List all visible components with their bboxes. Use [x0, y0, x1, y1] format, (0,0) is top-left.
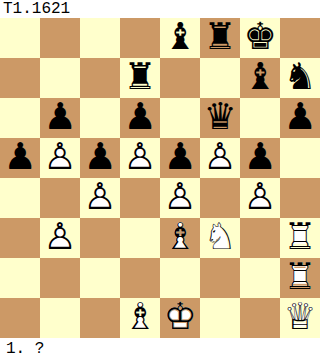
black-rook[interactable]: ♜ — [200, 18, 240, 58]
black-pawn[interactable]: ♟ — [0, 138, 40, 178]
square-e3[interactable]: ♝♗ — [160, 218, 200, 258]
square-a1[interactable] — [0, 298, 40, 338]
square-a8[interactable] — [0, 18, 40, 58]
square-c1[interactable] — [80, 298, 120, 338]
white-bishop-icon: ♗ — [123, 298, 156, 335]
square-b3[interactable]: ♟♙ — [40, 218, 80, 258]
square-c4[interactable]: ♟♙ — [80, 178, 120, 218]
square-a5[interactable]: ♟ — [0, 138, 40, 178]
square-h7[interactable]: ♞ — [280, 58, 320, 98]
white-queen[interactable]: ♛♕ — [280, 298, 320, 338]
white-pawn[interactable]: ♟♙ — [200, 138, 240, 178]
white-rook-icon: ♖ — [283, 218, 316, 255]
square-b4[interactable] — [40, 178, 80, 218]
black-king[interactable]: ♚ — [240, 18, 280, 58]
white-queen-icon: ♕ — [283, 298, 316, 335]
black-rook-icon: ♜ — [123, 58, 156, 95]
white-king[interactable]: ♚♔ — [160, 298, 200, 338]
square-h6[interactable]: ♟ — [280, 98, 320, 138]
square-c6[interactable] — [80, 98, 120, 138]
white-pawn[interactable]: ♟♙ — [80, 178, 120, 218]
puzzle-id: T1.1621 — [3, 0, 70, 18]
square-d1[interactable]: ♝♗ — [120, 298, 160, 338]
square-f1[interactable] — [200, 298, 240, 338]
square-f7[interactable] — [200, 58, 240, 98]
black-pawn[interactable]: ♟ — [160, 138, 200, 178]
white-bishop[interactable]: ♝♗ — [160, 218, 200, 258]
chess-board: ♝♜♚♜♝♞♟♟♛♟♟♟♙♟♟♙♟♟♙♟♟♙♟♙♟♙♟♙♝♗♞♘♜♖♜♖♝♗♚♔… — [0, 18, 320, 338]
black-pawn[interactable]: ♟ — [120, 98, 160, 138]
square-a4[interactable] — [0, 178, 40, 218]
square-b2[interactable] — [40, 258, 80, 298]
square-c8[interactable] — [80, 18, 120, 58]
black-pawn[interactable]: ♟ — [240, 138, 280, 178]
black-king-icon: ♚ — [243, 18, 276, 55]
square-d3[interactable] — [120, 218, 160, 258]
square-g8[interactable]: ♚ — [240, 18, 280, 58]
square-f8[interactable]: ♜ — [200, 18, 240, 58]
square-d2[interactable] — [120, 258, 160, 298]
square-e1[interactable]: ♚♔ — [160, 298, 200, 338]
black-pawn-icon: ♟ — [283, 98, 316, 135]
square-e7[interactable] — [160, 58, 200, 98]
white-knight[interactable]: ♞♘ — [200, 218, 240, 258]
move-prompt: 1. ? — [6, 340, 44, 358]
square-g1[interactable] — [240, 298, 280, 338]
square-b1[interactable] — [40, 298, 80, 338]
square-g4[interactable]: ♟♙ — [240, 178, 280, 218]
white-pawn[interactable]: ♟♙ — [120, 138, 160, 178]
square-e6[interactable] — [160, 98, 200, 138]
square-h5[interactable] — [280, 138, 320, 178]
square-a7[interactable] — [0, 58, 40, 98]
square-f6[interactable]: ♛ — [200, 98, 240, 138]
white-pawn-icon: ♙ — [203, 138, 236, 175]
square-d7[interactable]: ♜ — [120, 58, 160, 98]
square-h8[interactable] — [280, 18, 320, 58]
black-pawn[interactable]: ♟ — [40, 98, 80, 138]
white-pawn-icon: ♙ — [43, 138, 76, 175]
square-c3[interactable] — [80, 218, 120, 258]
square-d8[interactable] — [120, 18, 160, 58]
black-bishop-icon: ♝ — [163, 18, 196, 55]
square-a2[interactable] — [0, 258, 40, 298]
white-rook-icon: ♖ — [283, 258, 316, 295]
white-pawn[interactable]: ♟♙ — [240, 178, 280, 218]
white-pawn-icon: ♙ — [243, 178, 276, 215]
black-pawn-icon: ♟ — [3, 138, 36, 175]
white-pawn-icon: ♙ — [83, 178, 116, 215]
square-d5[interactable]: ♟♙ — [120, 138, 160, 178]
square-g7[interactable]: ♝ — [240, 58, 280, 98]
square-a6[interactable] — [0, 98, 40, 138]
square-h2[interactable]: ♜♖ — [280, 258, 320, 298]
square-f3[interactable]: ♞♘ — [200, 218, 240, 258]
black-queen-icon: ♛ — [203, 98, 236, 135]
square-c2[interactable] — [80, 258, 120, 298]
square-d4[interactable] — [120, 178, 160, 218]
square-b7[interactable] — [40, 58, 80, 98]
square-f4[interactable] — [200, 178, 240, 218]
black-bishop-icon: ♝ — [243, 58, 276, 95]
black-pawn-icon: ♟ — [243, 138, 276, 175]
square-h4[interactable] — [280, 178, 320, 218]
white-rook[interactable]: ♜♖ — [280, 258, 320, 298]
square-c5[interactable]: ♟ — [80, 138, 120, 178]
black-pawn-icon: ♟ — [43, 98, 76, 135]
black-bishop[interactable]: ♝ — [240, 58, 280, 98]
black-pawn[interactable]: ♟ — [80, 138, 120, 178]
square-g6[interactable] — [240, 98, 280, 138]
white-pawn[interactable]: ♟♙ — [40, 218, 80, 258]
square-g2[interactable] — [240, 258, 280, 298]
square-g5[interactable]: ♟ — [240, 138, 280, 178]
square-b8[interactable] — [40, 18, 80, 58]
square-h1[interactable]: ♛♕ — [280, 298, 320, 338]
square-e5[interactable]: ♟ — [160, 138, 200, 178]
white-pawn-icon: ♙ — [43, 218, 76, 255]
square-g3[interactable] — [240, 218, 280, 258]
square-c7[interactable] — [80, 58, 120, 98]
square-f2[interactable] — [200, 258, 240, 298]
square-e4[interactable]: ♟♙ — [160, 178, 200, 218]
white-bishop[interactable]: ♝♗ — [120, 298, 160, 338]
white-rook[interactable]: ♜♖ — [280, 218, 320, 258]
white-pawn-icon: ♙ — [163, 178, 196, 215]
white-bishop-icon: ♗ — [163, 218, 196, 255]
white-pawn[interactable]: ♟♙ — [40, 138, 80, 178]
square-a3[interactable] — [0, 218, 40, 258]
black-knight-icon: ♞ — [283, 58, 316, 95]
white-pawn-icon: ♙ — [123, 138, 156, 175]
square-b5[interactable]: ♟♙ — [40, 138, 80, 178]
square-b6[interactable]: ♟ — [40, 98, 80, 138]
square-e8[interactable]: ♝ — [160, 18, 200, 58]
white-knight-icon: ♘ — [203, 218, 236, 255]
black-pawn-icon: ♟ — [163, 138, 196, 175]
black-pawn-icon: ♟ — [123, 98, 156, 135]
square-f5[interactable]: ♟♙ — [200, 138, 240, 178]
black-pawn-icon: ♟ — [83, 138, 116, 175]
black-bishop[interactable]: ♝ — [160, 18, 200, 58]
square-h3[interactable]: ♜♖ — [280, 218, 320, 258]
black-pawn[interactable]: ♟ — [280, 98, 320, 138]
black-rook-icon: ♜ — [203, 18, 236, 55]
white-pawn[interactable]: ♟♙ — [160, 178, 200, 218]
square-e2[interactable] — [160, 258, 200, 298]
black-knight[interactable]: ♞ — [280, 58, 320, 98]
white-king-icon: ♔ — [163, 298, 196, 335]
black-queen[interactable]: ♛ — [200, 98, 240, 138]
square-d6[interactable]: ♟ — [120, 98, 160, 138]
black-rook[interactable]: ♜ — [120, 58, 160, 98]
